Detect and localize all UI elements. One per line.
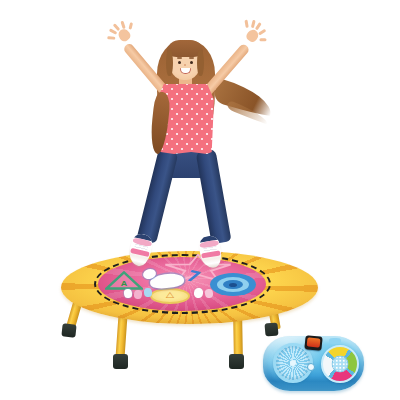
girl-right-leg-jeans: [195, 148, 231, 244]
finger: [128, 22, 133, 30]
finger: [259, 38, 266, 41]
small-figure: [123, 288, 132, 298]
target-center-dot: [229, 283, 237, 287]
small-figure: [144, 288, 153, 298]
palm: [245, 28, 261, 44]
triangle-letter: A: [105, 279, 143, 288]
finger: [258, 29, 266, 36]
trampoline-foot: [264, 322, 278, 336]
mat-number-glyph: 7: [184, 266, 199, 286]
girl-left-hand: [105, 16, 139, 50]
controller-small-button: [307, 363, 315, 371]
controller-color-button-ring: [321, 345, 359, 383]
girl-hair-side: [166, 50, 173, 76]
controller-nub: [329, 338, 341, 344]
girl-left-leg-jeans: [136, 148, 178, 244]
girl-eye: [178, 61, 181, 64]
finger: [107, 36, 115, 40]
girl-eyebrow: [189, 57, 194, 59]
mat-small-figures-right: [194, 287, 216, 299]
controller-display-screen: [307, 337, 321, 347]
controller-display: [304, 335, 322, 351]
trampoline-foot: [113, 354, 128, 369]
small-figure: [205, 289, 214, 299]
small-figure: [193, 287, 203, 298]
sound-controller: [263, 336, 364, 391]
girl-hair-side: [197, 50, 204, 76]
girl-eye: [190, 61, 193, 64]
product-photo: A △ 7: [0, 0, 400, 400]
finger: [255, 22, 262, 30]
target-circle: [210, 273, 256, 296]
controller-center-button: [332, 356, 349, 373]
finger: [244, 20, 248, 28]
small-figure: [134, 290, 143, 300]
mat-small-figures-left: [124, 287, 154, 299]
girl-eyebrow: [177, 57, 182, 59]
trampoline-foot: [229, 354, 244, 369]
girl-nose: [184, 64, 186, 66]
trampoline-foot: [61, 323, 76, 337]
